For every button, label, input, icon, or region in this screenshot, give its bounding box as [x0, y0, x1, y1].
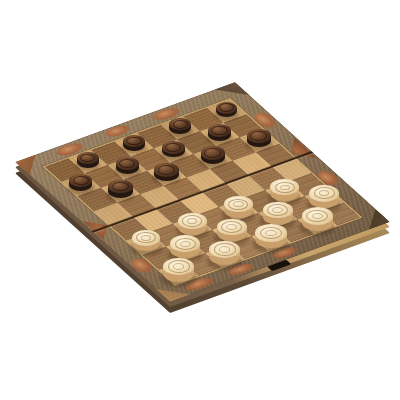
product-photo-scene [0, 0, 400, 400]
dark-checker[interactable] [216, 102, 238, 118]
light-checker[interactable] [302, 207, 333, 231]
dark-checker[interactable] [116, 157, 139, 174]
dark-checker[interactable] [123, 135, 145, 151]
light-checker[interactable] [132, 230, 161, 252]
light-checker[interactable] [309, 185, 339, 208]
dark-checker[interactable] [247, 129, 271, 147]
dark-checker[interactable] [169, 118, 191, 134]
dark-checker[interactable] [208, 124, 231, 141]
dark-checker[interactable] [154, 163, 178, 181]
light-checker[interactable] [163, 258, 194, 282]
corner-inlay [214, 82, 249, 103]
dark-checker[interactable] [162, 141, 185, 158]
dark-checker[interactable] [69, 174, 92, 191]
light-checker[interactable] [217, 219, 247, 242]
light-checker[interactable] [224, 196, 253, 218]
dark-checker[interactable] [108, 180, 132, 198]
dark-checker[interactable] [201, 146, 225, 164]
light-checker[interactable] [170, 235, 200, 258]
light-checker[interactable] [178, 213, 207, 235]
light-checker[interactable] [209, 241, 240, 265]
light-checker[interactable] [255, 224, 286, 248]
dark-checker[interactable] [77, 152, 99, 168]
light-checker[interactable] [263, 202, 293, 225]
light-checker[interactable] [270, 179, 299, 201]
